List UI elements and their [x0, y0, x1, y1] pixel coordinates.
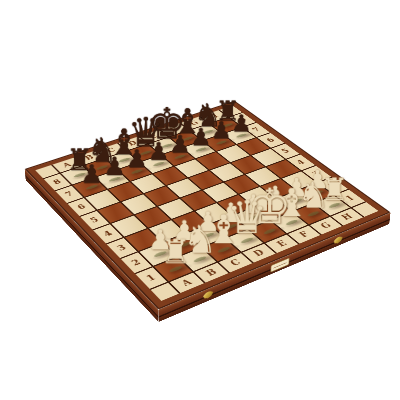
piece-light-rook: ♜ — [156, 235, 196, 269]
pieces-layer: ♜♞♝♛♚♝♞♜♟♟♟♟♟♟♟♟♟♟♟♟♟♟♟♟♜♞♝♛♚♝♞♜ — [37, 106, 381, 302]
brass-clasp-right-icon — [333, 235, 342, 245]
photo-scene: ABCDEFGH8877665544332211ABCDEFGH ♜♞♝♛♚♝♞… — [0, 0, 400, 400]
piece-dark-pawn: ♟ — [74, 161, 110, 186]
board-3d-wrapper: ABCDEFGH8877665544332211ABCDEFGH ♜♞♝♛♚♝♞… — [25, 101, 391, 310]
chess-board: ABCDEFGH8877665544332211ABCDEFGH ♜♞♝♛♚♝♞… — [25, 101, 391, 310]
brass-clasp-left-icon — [203, 290, 213, 301]
